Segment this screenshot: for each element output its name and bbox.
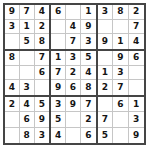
cell-r6c4[interactable]: 9 — [51, 80, 66, 95]
cell-r9c1[interactable] — [5, 128, 20, 143]
cell-r1c5[interactable] — [66, 5, 81, 20]
cell-r7c5[interactable]: 9 — [66, 97, 81, 112]
cell-r5c6[interactable]: 4 — [81, 66, 96, 81]
cell-r9c4[interactable]: 4 — [51, 128, 66, 143]
cell-r5c4[interactable]: 7 — [51, 66, 66, 81]
cell-r3c6[interactable]: 3 — [81, 34, 96, 49]
cell-r7c6[interactable]: 7 — [81, 97, 96, 112]
cell-r7c4[interactable]: 3 — [51, 97, 66, 112]
sudoku-box-8: 3975246 — [51, 97, 97, 143]
cell-r6c9[interactable] — [129, 80, 144, 95]
cell-r7c3[interactable]: 5 — [35, 97, 50, 112]
cell-r5c5[interactable]: 2 — [66, 66, 81, 81]
cell-r8c6[interactable]: 2 — [81, 112, 96, 127]
sudoku-board: 9743125861497338279148764313572496896132… — [3, 3, 146, 145]
cell-r2c6[interactable]: 9 — [81, 20, 96, 35]
cell-r6c8[interactable]: 7 — [113, 80, 128, 95]
cell-r6c3[interactable] — [35, 80, 50, 95]
cell-r9c6[interactable]: 6 — [81, 128, 96, 143]
cell-r4c8[interactable]: 9 — [113, 51, 128, 66]
cell-r6c7[interactable]: 2 — [98, 80, 113, 95]
cell-r1c6[interactable]: 1 — [81, 5, 96, 20]
sudoku-box-9: 617359 — [98, 97, 144, 143]
cell-r1c7[interactable]: 3 — [98, 5, 113, 20]
cell-r2c1[interactable]: 3 — [5, 20, 20, 35]
cell-r2c3[interactable]: 2 — [35, 20, 50, 35]
cell-r1c3[interactable]: 4 — [35, 5, 50, 20]
cell-r8c9[interactable]: 3 — [129, 112, 144, 127]
cell-r4c5[interactable]: 3 — [66, 51, 81, 66]
sudoku-box-5: 135724968 — [51, 51, 97, 97]
cell-r3c5[interactable]: 7 — [66, 34, 81, 49]
cell-r4c3[interactable]: 7 — [35, 51, 50, 66]
cell-r7c7[interactable] — [98, 97, 113, 112]
cell-r4c4[interactable]: 1 — [51, 51, 66, 66]
cell-r8c2[interactable]: 6 — [20, 112, 35, 127]
cell-r7c2[interactable]: 4 — [20, 97, 35, 112]
cell-r5c7[interactable]: 1 — [98, 66, 113, 81]
cell-r2c9[interactable]: 7 — [129, 20, 144, 35]
cell-r3c3[interactable]: 8 — [35, 34, 50, 49]
cell-r7c1[interactable]: 2 — [5, 97, 20, 112]
cell-r5c9[interactable] — [129, 66, 144, 81]
sudoku-screen: 9743125861497338279148764313572496896132… — [0, 0, 150, 149]
cell-r9c8[interactable] — [113, 128, 128, 143]
sudoku-box-4: 87643 — [5, 51, 51, 97]
cell-r6c5[interactable]: 6 — [66, 80, 81, 95]
cell-r3c7[interactable]: 9 — [98, 34, 113, 49]
cell-r1c9[interactable]: 2 — [129, 5, 144, 20]
cell-r9c5[interactable] — [66, 128, 81, 143]
cell-r4c1[interactable]: 8 — [5, 51, 20, 66]
cell-r3c8[interactable]: 1 — [113, 34, 128, 49]
cell-r6c1[interactable]: 4 — [5, 80, 20, 95]
cell-r3c4[interactable] — [51, 34, 66, 49]
cell-r5c8[interactable]: 3 — [113, 66, 128, 81]
cell-r3c9[interactable]: 4 — [129, 34, 144, 49]
cell-r5c1[interactable] — [5, 66, 20, 81]
cell-r7c9[interactable]: 1 — [129, 97, 144, 112]
cell-r4c9[interactable]: 6 — [129, 51, 144, 66]
cell-r8c5[interactable] — [66, 112, 81, 127]
cell-r2c4[interactable] — [51, 20, 66, 35]
cell-r1c1[interactable]: 9 — [5, 5, 20, 20]
sudoku-box-7: 2456983 — [5, 97, 51, 143]
cell-r5c2[interactable] — [20, 66, 35, 81]
cell-r8c7[interactable]: 7 — [98, 112, 113, 127]
cell-r3c1[interactable] — [5, 34, 20, 49]
cell-r1c8[interactable]: 8 — [113, 5, 128, 20]
cell-r9c3[interactable]: 3 — [35, 128, 50, 143]
cell-r4c6[interactable]: 5 — [81, 51, 96, 66]
cell-r8c1[interactable] — [5, 112, 20, 127]
cell-r5c3[interactable]: 6 — [35, 66, 50, 81]
cell-r6c6[interactable]: 8 — [81, 80, 96, 95]
cell-r4c2[interactable] — [20, 51, 35, 66]
sudoku-box-3: 3827914 — [98, 5, 144, 51]
cell-r2c2[interactable]: 1 — [20, 20, 35, 35]
sudoku-box-1: 97431258 — [5, 5, 51, 51]
cell-r8c8[interactable] — [113, 112, 128, 127]
cell-r2c8[interactable] — [113, 20, 128, 35]
cell-r4c7[interactable] — [98, 51, 113, 66]
cell-r9c9[interactable]: 9 — [129, 128, 144, 143]
sudoku-box-2: 614973 — [51, 5, 97, 51]
cell-r1c4[interactable]: 6 — [51, 5, 66, 20]
cell-r1c2[interactable]: 7 — [20, 5, 35, 20]
cell-r9c7[interactable]: 5 — [98, 128, 113, 143]
cell-r7c8[interactable]: 6 — [113, 97, 128, 112]
cell-r2c7[interactable] — [98, 20, 113, 35]
sudoku-box-6: 961327 — [98, 51, 144, 97]
cell-r3c2[interactable]: 5 — [20, 34, 35, 49]
cell-r8c3[interactable]: 9 — [35, 112, 50, 127]
cell-r2c5[interactable]: 4 — [66, 20, 81, 35]
cell-r6c2[interactable]: 3 — [20, 80, 35, 95]
cell-r9c2[interactable]: 8 — [20, 128, 35, 143]
cell-r8c4[interactable]: 5 — [51, 112, 66, 127]
